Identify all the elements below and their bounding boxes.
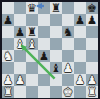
square-g7[interactable]: ♟ — [74, 14, 86, 26]
piece-white-king[interactable]: ♚ — [62, 86, 74, 98]
piece-white-pawn[interactable]: ♟ — [62, 62, 74, 74]
square-c4[interactable] — [26, 50, 38, 62]
square-a6[interactable] — [2, 26, 14, 38]
square-b5[interactable]: ♝ — [14, 38, 26, 50]
square-e2[interactable] — [50, 74, 62, 86]
piece-black-bishop[interactable]: ♝ — [50, 62, 62, 74]
square-g4[interactable] — [74, 50, 86, 62]
piece-black-rook[interactable]: ♜ — [50, 2, 62, 14]
square-a4[interactable]: ♞ — [2, 50, 14, 62]
piece-white-bishop[interactable]: ♝ — [26, 38, 38, 50]
square-e3[interactable]: ♝ — [50, 62, 62, 74]
square-c2[interactable] — [26, 74, 38, 86]
square-e8[interactable]: ♜ — [50, 2, 62, 14]
square-d7[interactable] — [38, 14, 50, 26]
square-h4[interactable] — [86, 50, 98, 62]
piece-black-knight[interactable]: ♞ — [62, 26, 74, 38]
piece-black-pawn[interactable]: ♟ — [38, 50, 50, 62]
square-f3[interactable]: ♟ — [62, 62, 74, 74]
square-d6[interactable] — [38, 26, 50, 38]
square-e5[interactable] — [50, 38, 62, 50]
piece-black-pawn[interactable]: ♟ — [86, 14, 98, 26]
square-e1[interactable] — [50, 86, 62, 98]
square-b2[interactable]: ♟ — [14, 74, 26, 86]
piece-white-pawn[interactable]: ♟ — [74, 74, 86, 86]
piece-black-pawn[interactable]: ♟ — [74, 14, 86, 26]
piece-white-bishop[interactable]: ♝ — [14, 38, 26, 50]
square-g2[interactable]: ♟ — [74, 74, 86, 86]
square-g5[interactable] — [74, 38, 86, 50]
square-e7[interactable] — [50, 14, 62, 26]
square-g6[interactable] — [74, 26, 86, 38]
square-h5[interactable] — [86, 38, 98, 50]
square-c3[interactable] — [26, 62, 38, 74]
square-d1[interactable] — [38, 86, 50, 98]
chess-board: ♛♜♚♟♟♟♟♜♞♝♝♞♟♝♟♟♟♟♟♜♚♜ — [2, 2, 98, 98]
square-h7[interactable]: ♟ — [86, 14, 98, 26]
square-f6[interactable]: ♞ — [62, 26, 74, 38]
square-d3[interactable] — [38, 62, 50, 74]
square-d4[interactable]: ♟ — [38, 50, 50, 62]
chess-app-screenshot: ♛♜♚♟♟♟♟♜♞♝♝♞♟♝♟♟♟♟♟♜♚♜ — [0, 0, 100, 99]
square-f8[interactable] — [62, 2, 74, 14]
square-a7[interactable]: ♟ — [2, 14, 14, 26]
square-h1[interactable]: ♜ — [86, 86, 98, 98]
piece-white-pawn[interactable]: ♟ — [14, 74, 26, 86]
square-b8[interactable] — [14, 2, 26, 14]
square-d2[interactable] — [38, 74, 50, 86]
square-c5[interactable]: ♝ — [26, 38, 38, 50]
square-f5[interactable] — [62, 38, 74, 50]
square-a1[interactable]: ♜ — [2, 86, 14, 98]
square-b4[interactable] — [14, 50, 26, 62]
piece-white-knight[interactable]: ♞ — [2, 50, 14, 62]
square-g1[interactable] — [74, 86, 86, 98]
piece-black-pawn[interactable]: ♟ — [2, 14, 14, 26]
square-c1[interactable] — [26, 86, 38, 98]
piece-white-rook[interactable]: ♜ — [2, 86, 14, 98]
square-d8[interactable] — [38, 2, 50, 14]
square-f1[interactable]: ♚ — [62, 86, 74, 98]
square-e6[interactable] — [50, 26, 62, 38]
square-b1[interactable] — [14, 86, 26, 98]
piece-black-queen[interactable]: ♛ — [26, 2, 38, 14]
square-c8[interactable]: ♛ — [26, 2, 38, 14]
square-h6[interactable] — [86, 26, 98, 38]
piece-white-rook[interactable]: ♜ — [86, 86, 98, 98]
